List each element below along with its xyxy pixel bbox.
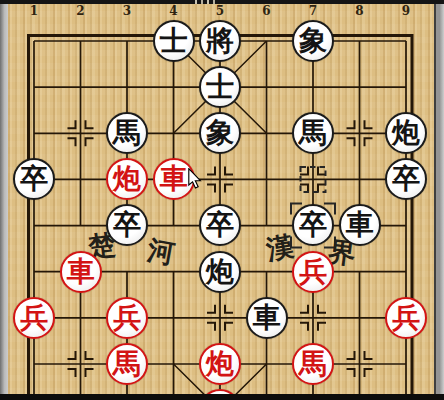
window-right-edge — [434, 4, 444, 394]
pieces-grid: 士將象士馬象馬炮卒炮車卒卒卒卒車車炮兵兵兵車兵馬炮馬 — [11, 18, 430, 400]
window-top-edge — [0, 0, 444, 4]
file-label-6: 6 — [262, 4, 270, 18]
red-piece-兵[interactable]: 兵 — [13, 297, 55, 339]
file-label-4: 4 — [169, 4, 177, 18]
xiangqi-board-window[interactable]: 123456789 楚河漢界 士將象士馬象馬炮卒炮車卒卒卒卒車車炮兵兵兵車兵馬炮… — [0, 0, 444, 400]
mouse-cursor-icon — [188, 168, 202, 189]
black-piece-將[interactable]: 將 — [199, 20, 241, 62]
black-piece-馬[interactable]: 馬 — [292, 112, 334, 154]
black-piece-卒[interactable]: 卒 — [13, 158, 55, 200]
red-piece-兵[interactable]: 兵 — [106, 297, 148, 339]
red-piece-炮[interactable]: 炮 — [199, 343, 241, 385]
black-piece-卒[interactable]: 卒 — [199, 204, 241, 246]
black-piece-士[interactable]: 士 — [199, 66, 241, 108]
file-label-2: 2 — [76, 4, 84, 18]
file-label-1: 1 — [30, 4, 38, 18]
red-piece-炮[interactable]: 炮 — [106, 158, 148, 200]
window-left-edge — [0, 4, 8, 394]
file-label-5: 5 — [216, 4, 224, 18]
red-piece-兵[interactable]: 兵 — [385, 297, 427, 339]
black-piece-車[interactable]: 車 — [246, 297, 288, 339]
red-piece-馬[interactable]: 馬 — [292, 343, 334, 385]
black-piece-馬[interactable]: 馬 — [106, 112, 148, 154]
black-piece-卒[interactable]: 卒 — [106, 204, 148, 246]
black-piece-車[interactable]: 車 — [339, 204, 381, 246]
black-piece-炮[interactable]: 炮 — [199, 251, 241, 293]
black-piece-士[interactable]: 士 — [153, 20, 195, 62]
black-piece-象[interactable]: 象 — [292, 20, 334, 62]
red-piece-車[interactable]: 車 — [60, 251, 102, 293]
file-label-8: 8 — [355, 4, 363, 18]
black-piece-象[interactable]: 象 — [199, 112, 241, 154]
file-label-7: 7 — [309, 4, 317, 18]
black-piece-卒[interactable]: 卒 — [292, 204, 334, 246]
file-label-3: 3 — [123, 4, 131, 18]
black-piece-卒[interactable]: 卒 — [385, 158, 427, 200]
file-label-9: 9 — [402, 4, 410, 18]
window-title-remnant — [193, 0, 221, 4]
red-piece-兵[interactable]: 兵 — [292, 251, 334, 293]
red-piece-馬[interactable]: 馬 — [106, 343, 148, 385]
black-piece-炮[interactable]: 炮 — [385, 112, 427, 154]
window-bottom-edge — [0, 394, 444, 400]
